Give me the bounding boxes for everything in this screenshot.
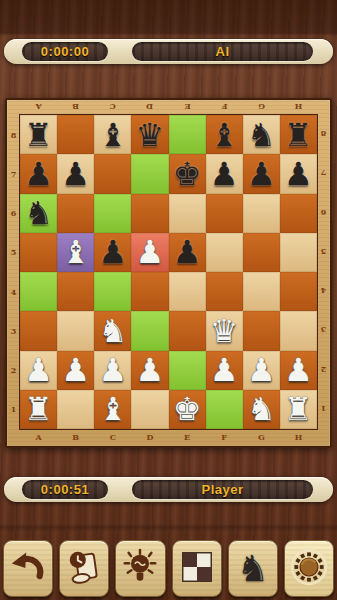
ai-timer: 0:00:00 (22, 42, 108, 61)
chess-board: ABCDEFGH ABCDEFGH 87654321 87654321 ♜♝♛♝… (5, 98, 332, 448)
square-c8[interactable]: ♝ (94, 115, 131, 154)
black-knight[interactable]: ♞ (247, 119, 276, 151)
black-pawn[interactable]: ♟ (61, 158, 90, 190)
square-g2[interactable]: ♟ (243, 351, 280, 390)
square-d8[interactable]: ♛ (131, 115, 168, 154)
black-queen[interactable]: ♛ (136, 119, 165, 151)
player-bar: 0:00:51 Player (4, 477, 333, 502)
pieces-button[interactable]: ♞ (228, 540, 278, 597)
square-b3[interactable] (57, 311, 94, 350)
file-label-g: G (243, 100, 280, 115)
square-a7[interactable]: ♟ (20, 154, 57, 193)
options-button[interactable] (284, 540, 334, 597)
black-pawn[interactable]: ♟ (98, 236, 127, 268)
file-label-f: F (206, 100, 243, 115)
square-h1[interactable]: ♜ (280, 390, 317, 429)
undo-button[interactable] (3, 540, 53, 597)
rank-label-6: 6 (317, 194, 330, 233)
hint-button[interactable] (115, 540, 165, 597)
square-c3[interactable]: ♞ (94, 311, 131, 350)
square-f6[interactable] (206, 194, 243, 233)
square-h8[interactable]: ♜ (280, 115, 317, 154)
square-e5[interactable]: ♟ (169, 233, 206, 272)
file-label-e: E (169, 429, 206, 445)
file-label-h: H (280, 429, 317, 445)
square-c5[interactable]: ♟ (94, 233, 131, 272)
black-rook[interactable]: ♜ (284, 119, 313, 151)
square-f8[interactable]: ♝ (206, 115, 243, 154)
square-a8[interactable]: ♜ (20, 115, 57, 154)
square-f5[interactable] (206, 233, 243, 272)
white-rook[interactable]: ♜ (284, 393, 313, 425)
undo-icon (9, 549, 47, 588)
black-rook[interactable]: ♜ (24, 119, 53, 151)
square-g6[interactable] (243, 194, 280, 233)
white-knight[interactable]: ♞ (247, 393, 276, 425)
file-labels-top: ABCDEFGH (20, 100, 317, 115)
file-label-f: F (206, 429, 243, 445)
square-h6[interactable] (280, 194, 317, 233)
square-e1[interactable]: ♚ (169, 390, 206, 429)
white-pawn[interactable]: ♟ (210, 354, 239, 386)
move-history-button[interactable] (59, 540, 109, 597)
square-d2[interactable]: ♟ (131, 351, 168, 390)
square-d6[interactable] (131, 194, 168, 233)
white-pawn[interactable]: ♟ (247, 354, 276, 386)
white-pawn[interactable]: ♟ (24, 354, 53, 386)
rank-label-8: 8 (7, 115, 20, 154)
white-bishop[interactable]: ♝ (61, 236, 90, 268)
square-d4[interactable] (131, 272, 168, 311)
square-h2[interactable]: ♟ (280, 351, 317, 390)
rank-label-2: 2 (317, 351, 330, 390)
rank-label-8: 8 (317, 115, 330, 154)
square-e6[interactable] (169, 194, 206, 233)
square-b5[interactable]: ♝ (57, 233, 94, 272)
square-f7[interactable]: ♟ (206, 154, 243, 193)
square-d3[interactable] (131, 311, 168, 350)
white-pawn[interactable]: ♟ (61, 354, 90, 386)
square-f4[interactable] (206, 272, 243, 311)
square-a1[interactable]: ♜ (20, 390, 57, 429)
black-pawn[interactable]: ♟ (210, 158, 239, 190)
rank-labels-left: 87654321 (7, 115, 20, 429)
square-g5[interactable] (243, 233, 280, 272)
square-e8[interactable] (169, 115, 206, 154)
rank-label-2: 2 (7, 351, 20, 390)
white-knight[interactable]: ♞ (98, 315, 127, 347)
square-h7[interactable]: ♟ (280, 154, 317, 193)
file-label-d: D (131, 100, 168, 115)
square-a5[interactable] (20, 233, 57, 272)
square-g1[interactable]: ♞ (243, 390, 280, 429)
square-b7[interactable]: ♟ (57, 154, 94, 193)
black-pawn[interactable]: ♟ (173, 236, 202, 268)
file-label-h: H (280, 100, 317, 115)
square-h4[interactable] (280, 272, 317, 311)
square-b2[interactable]: ♟ (57, 351, 94, 390)
file-label-b: B (57, 429, 94, 445)
black-knight-icon: ♞ (237, 551, 269, 587)
black-pawn[interactable]: ♟ (24, 158, 53, 190)
black-bishop[interactable]: ♝ (98, 119, 127, 151)
player-timer: 0:00:51 (22, 480, 108, 499)
white-king[interactable]: ♚ (173, 393, 202, 425)
white-pawn[interactable]: ♟ (98, 354, 127, 386)
toolbar: ♞ (3, 540, 334, 597)
square-h5[interactable] (280, 233, 317, 272)
file-label-e: E (169, 100, 206, 115)
rank-label-1: 1 (7, 390, 20, 429)
white-bishop[interactable]: ♝ (98, 393, 127, 425)
square-f3[interactable]: ♛ (206, 311, 243, 350)
file-label-c: C (94, 429, 131, 445)
square-d1[interactable] (131, 390, 168, 429)
ai-name: AI (132, 42, 313, 61)
file-label-c: C (94, 100, 131, 115)
opponent-bar: 0:00:00 AI (4, 39, 333, 64)
white-pawn[interactable]: ♟ (284, 354, 313, 386)
lightbulb-hint-icon (121, 548, 159, 589)
square-c7[interactable] (94, 154, 131, 193)
square-a4[interactable] (20, 272, 57, 311)
file-labels-bottom: ABCDEFGH (20, 429, 317, 445)
white-pawn[interactable]: ♟ (136, 236, 165, 268)
square-b4[interactable] (57, 272, 94, 311)
file-label-g: G (243, 429, 280, 445)
black-bishop[interactable]: ♝ (210, 119, 239, 151)
move-history-scroll-icon (65, 548, 103, 589)
rank-label-3: 3 (317, 311, 330, 350)
square-c2[interactable]: ♟ (94, 351, 131, 390)
white-rook[interactable]: ♜ (24, 393, 53, 425)
square-g3[interactable] (243, 311, 280, 350)
white-queen[interactable]: ♛ (210, 315, 239, 347)
file-label-a: A (20, 100, 57, 115)
rank-label-5: 5 (7, 233, 20, 272)
square-a2[interactable]: ♟ (20, 351, 57, 390)
square-e3[interactable] (169, 311, 206, 350)
square-b8[interactable] (57, 115, 94, 154)
board-button[interactable] (172, 540, 222, 597)
white-pawn[interactable]: ♟ (136, 354, 165, 386)
square-e4[interactable] (169, 272, 206, 311)
black-king[interactable]: ♚ (173, 158, 202, 190)
square-d7[interactable] (131, 154, 168, 193)
black-pawn[interactable]: ♟ (284, 158, 313, 190)
rank-label-7: 7 (317, 154, 330, 193)
square-c6[interactable] (94, 194, 131, 233)
rank-label-3: 3 (7, 311, 20, 350)
rank-label-1: 1 (317, 390, 330, 429)
square-g8[interactable]: ♞ (243, 115, 280, 154)
square-a3[interactable] (20, 311, 57, 350)
square-c1[interactable]: ♝ (94, 390, 131, 429)
rank-label-7: 7 (7, 154, 20, 193)
file-label-b: B (57, 100, 94, 115)
file-label-d: D (131, 429, 168, 445)
player-name: Player (132, 480, 313, 499)
rank-labels-right: 87654321 (317, 115, 330, 429)
square-h3[interactable] (280, 311, 317, 350)
square-e7[interactable]: ♚ (169, 154, 206, 193)
black-pawn[interactable]: ♟ (247, 158, 276, 190)
rank-label-6: 6 (7, 194, 20, 233)
rank-label-4: 4 (317, 272, 330, 311)
square-d5[interactable]: ♟ (131, 233, 168, 272)
square-c4[interactable] (94, 272, 131, 311)
square-f1[interactable] (206, 390, 243, 429)
board-grid: ♜♝♛♝♞♜♟♟♚♟♟♟♞♝♟♟♟♞♛♟♟♟♟♟♟♟♜♝♚♞♜ (20, 115, 317, 429)
square-g7[interactable]: ♟ (243, 154, 280, 193)
options-wheel-icon (289, 547, 329, 590)
square-g4[interactable] (243, 272, 280, 311)
rank-label-5: 5 (317, 233, 330, 272)
square-a6[interactable]: ♞ (20, 194, 57, 233)
checkerboard-icon (178, 548, 216, 589)
rank-label-4: 4 (7, 272, 20, 311)
square-b6[interactable] (57, 194, 94, 233)
square-f2[interactable]: ♟ (206, 351, 243, 390)
file-label-a: A (20, 429, 57, 445)
square-e2[interactable] (169, 351, 206, 390)
black-knight[interactable]: ♞ (24, 197, 53, 229)
square-b1[interactable] (57, 390, 94, 429)
